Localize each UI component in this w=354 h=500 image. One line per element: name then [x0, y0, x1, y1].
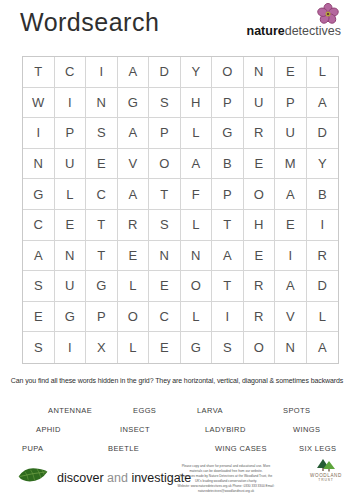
grid-cell-10-7[interactable]: S [212, 332, 244, 363]
grid-cell-6-4[interactable]: R [118, 210, 150, 241]
grid-cell-5-10[interactable]: B [307, 179, 339, 210]
grid-cell-8-1[interactable]: S [23, 271, 55, 302]
grid-cell-7-8[interactable]: E [244, 241, 276, 272]
grid-cell-7-10[interactable]: R [307, 241, 339, 272]
grid-cell-10-8[interactable]: O [244, 332, 276, 363]
grid-cell-2-1[interactable]: W [23, 88, 55, 119]
grid-cell-2-5[interactable]: S [149, 88, 181, 119]
grid-cell-6-7[interactable]: T [212, 210, 244, 241]
grid-cell-9-4[interactable]: O [118, 302, 150, 333]
tagline-and: and [107, 471, 128, 485]
word-spots: SPOTS [283, 406, 310, 415]
smallprint-line-2: Resources made by Nature Detectives at t… [176, 474, 276, 484]
grid-cell-7-4[interactable]: E [118, 241, 150, 272]
word-aphid: APHID [36, 425, 61, 434]
grid-cell-8-7[interactable]: T [212, 271, 244, 302]
grid-cell-7-6[interactable]: N [181, 241, 213, 272]
grid-cell-7-7[interactable]: A [212, 241, 244, 272]
grid-cell-4-6[interactable]: A [181, 149, 213, 180]
grid-cell-2-10[interactable]: A [307, 88, 339, 119]
word-antennae: ANTENNAE [48, 406, 92, 415]
grid-cell-2-8[interactable]: U [244, 88, 276, 119]
grid-cell-8-9[interactable]: A [275, 271, 307, 302]
grid-cell-1-8[interactable]: N [244, 57, 276, 88]
grid-cell-6-3[interactable]: T [86, 210, 118, 241]
grid-cell-4-4[interactable]: V [118, 149, 150, 180]
grid-cell-5-7[interactable]: P [212, 179, 244, 210]
grid-cell-1-1[interactable]: T [23, 57, 55, 88]
word-larva: LARVA [197, 406, 223, 415]
grid-cell-9-2[interactable]: G [55, 302, 87, 333]
grid-cell-1-2[interactable]: C [55, 57, 87, 88]
grid-cell-6-6[interactable]: L [181, 210, 213, 241]
grid-cell-4-3[interactable]: E [86, 149, 118, 180]
grid-cell-2-4[interactable]: G [118, 88, 150, 119]
grid-cell-8-3[interactable]: G [86, 271, 118, 302]
brand-detectives: detectives [285, 24, 341, 38]
grid-cell-2-7[interactable]: P [212, 88, 244, 119]
grid-cell-5-6[interactable]: F [181, 179, 213, 210]
grid-cell-3-8[interactable]: R [244, 118, 276, 149]
grid-cell-10-10[interactable]: A [307, 332, 339, 363]
grid-cell-10-4[interactable]: L [118, 332, 150, 363]
grid-cell-3-4[interactable]: A [118, 118, 150, 149]
grid-cell-9-9[interactable]: V [275, 302, 307, 333]
grid-cell-4-8[interactable]: E [244, 149, 276, 180]
grid-cell-3-2[interactable]: P [55, 118, 87, 149]
grid-cell-10-9[interactable]: N [275, 332, 307, 363]
grid-cell-6-2[interactable]: E [55, 210, 87, 241]
grid-cell-3-6[interactable]: L [181, 118, 213, 149]
trees-icon [316, 459, 336, 473]
word-wings: WINGS [293, 425, 320, 434]
brand-nature: nature [247, 24, 285, 38]
tagline-discover: discover [57, 471, 104, 485]
grid-cell-2-9[interactable]: P [275, 88, 307, 119]
woodland-trust-logo: WOODLAND TRUST [306, 459, 346, 482]
grid-cell-7-9[interactable]: I [275, 241, 307, 272]
grid-cell-8-2[interactable]: U [55, 271, 87, 302]
grid-cell-5-8[interactable]: O [244, 179, 276, 210]
grid-cell-3-5[interactable]: P [149, 118, 181, 149]
grid-cell-8-4[interactable]: L [118, 271, 150, 302]
grid-cell-7-5[interactable]: N [149, 241, 181, 272]
wordsearch-page: Wordsearch naturedetectives TCIADYONELWI… [0, 0, 354, 500]
grid-cell-6-1[interactable]: C [23, 210, 55, 241]
grid-cell-7-1[interactable]: A [23, 241, 55, 272]
grid-cell-3-7[interactable]: G [212, 118, 244, 149]
grid-cell-6-9[interactable]: E [275, 210, 307, 241]
flower-icon [316, 2, 340, 26]
grid-cell-9-5[interactable]: C [149, 302, 181, 333]
grid-cell-5-2[interactable]: L [55, 179, 87, 210]
grid-cell-9-7[interactable]: I [212, 302, 244, 333]
tagline: discover and investigate [57, 471, 191, 485]
grid-cell-10-2[interactable]: I [55, 332, 87, 363]
grid-cell-3-9[interactable]: U [275, 118, 307, 149]
grid-cell-4-2[interactable]: U [55, 149, 87, 180]
grid-cell-8-5[interactable]: E [149, 271, 181, 302]
grid-cell-9-1[interactable]: E [23, 302, 55, 333]
word-insect: INSECT [120, 425, 150, 434]
leaf-icon [17, 464, 49, 486]
brand-logo: naturedetectives [247, 24, 341, 38]
grid-cell-9-6[interactable]: L [181, 302, 213, 333]
grid-cell-10-1[interactable]: S [23, 332, 55, 363]
grid-cell-3-3[interactable]: S [86, 118, 118, 149]
grid-cell-2-2[interactable]: I [55, 88, 87, 119]
grid-cell-8-6[interactable]: O [181, 271, 213, 302]
smallprint-line-1: Please copy and share for personal and e… [176, 464, 276, 474]
grid-cell-2-6[interactable]: H [181, 88, 213, 119]
grid-cell-8-8[interactable]: R [244, 271, 276, 302]
grid-cell-4-7[interactable]: B [212, 149, 244, 180]
grid-cell-7-2[interactable]: N [55, 241, 87, 272]
grid-cell-9-3[interactable]: P [86, 302, 118, 333]
instruction-text: Can you find all these words hidden in t… [0, 377, 354, 384]
grid-cell-1-7[interactable]: O [212, 57, 244, 88]
word-ladybird: LADYBIRD [205, 425, 246, 434]
grid-cell-3-10[interactable]: D [307, 118, 339, 149]
grid-cell-5-5[interactable]: T [149, 179, 181, 210]
grid-cell-4-1[interactable]: N [23, 149, 55, 180]
grid-cell-1-10[interactable]: L [307, 57, 339, 88]
grid-cell-5-3[interactable]: C [86, 179, 118, 210]
footer-smallprint: Please copy and share for personal and e… [176, 464, 276, 494]
grid-cell-4-5[interactable]: O [149, 149, 181, 180]
grid-cell-1-5[interactable]: D [149, 57, 181, 88]
grid-cell-5-4[interactable]: A [118, 179, 150, 210]
grid-cell-5-1[interactable]: G [23, 179, 55, 210]
grid-cell-1-6[interactable]: Y [181, 57, 213, 88]
wordsearch-grid: TCIADYONELWINGSHPUPAIPSAPLGRUDNUEVOABEMY… [22, 56, 339, 364]
grid-cell-1-3[interactable]: I [86, 57, 118, 88]
page-title: Wordsearch [20, 8, 159, 37]
word-pupa: PUPA [22, 444, 43, 453]
grid-cell-10-6[interactable]: G [181, 332, 213, 363]
grid-cell-10-3[interactable]: X [86, 332, 118, 363]
smallprint-line-3: Website: www.naturedetectives.org.uk Pho… [176, 484, 276, 494]
grid-cell-6-8[interactable]: H [244, 210, 276, 241]
grid-cell-9-10[interactable]: L [307, 302, 339, 333]
word-six-legs: SIX LEGS [299, 444, 336, 453]
word-beetle: BEETLE [108, 444, 139, 453]
grid-cell-8-10[interactable]: D [307, 271, 339, 302]
word-eggs: EGGS [133, 406, 156, 415]
grid-cell-2-3[interactable]: N [86, 88, 118, 119]
grid-cell-3-1[interactable]: I [23, 118, 55, 149]
word-wing-cases: WING CASES [215, 444, 267, 453]
grid-cell-1-4[interactable]: A [118, 57, 150, 88]
grid-cell-5-9[interactable]: A [275, 179, 307, 210]
grid-cell-4-9[interactable]: M [275, 149, 307, 180]
grid-cell-10-5[interactable]: E [149, 332, 181, 363]
grid-cell-1-9[interactable]: E [275, 57, 307, 88]
grid-cell-7-3[interactable]: T [86, 241, 118, 272]
grid-cell-6-10[interactable]: I [307, 210, 339, 241]
trust-text: TRUST [306, 478, 346, 482]
grid-cell-9-8[interactable]: R [244, 302, 276, 333]
grid-cell-6-5[interactable]: S [149, 210, 181, 241]
grid-cell-4-10[interactable]: Y [307, 149, 339, 180]
